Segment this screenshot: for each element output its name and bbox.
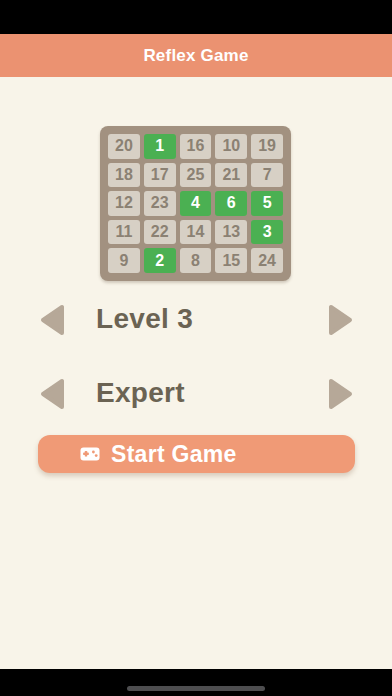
grid-cell-7[interactable]: 7 <box>251 163 283 188</box>
grid-cell-11[interactable]: 11 <box>108 220 140 245</box>
start-game-label: Start Game <box>111 441 237 468</box>
level-selector: Level 3 <box>0 301 392 337</box>
grid-cell-13[interactable]: 13 <box>215 220 247 245</box>
level-next-arrow-icon[interactable] <box>328 303 354 337</box>
grid-cell-25[interactable]: 25 <box>180 163 212 188</box>
grid-cell-14[interactable]: 14 <box>180 220 212 245</box>
grid-cell-6[interactable]: 6 <box>215 191 247 216</box>
grid-cell-24[interactable]: 24 <box>251 248 283 273</box>
grid-cell-20[interactable]: 20 <box>108 134 140 159</box>
grid-cell-21[interactable]: 21 <box>215 163 247 188</box>
grid-cell-3[interactable]: 3 <box>251 220 283 245</box>
difficulty-selector: Expert <box>0 375 392 411</box>
grid-cell-4[interactable]: 4 <box>180 191 212 216</box>
grid-cell-16[interactable]: 16 <box>180 134 212 159</box>
difficulty-previous-arrow-icon[interactable] <box>39 377 65 411</box>
grid-cell-9[interactable]: 9 <box>108 248 140 273</box>
grid-cell-12[interactable]: 12 <box>108 191 140 216</box>
level-previous-arrow-icon[interactable] <box>39 303 65 337</box>
grid-cell-19[interactable]: 19 <box>251 134 283 159</box>
grid-cell-2[interactable]: 2 <box>144 248 176 273</box>
grid-cell-15[interactable]: 15 <box>215 248 247 273</box>
grid-cell-22[interactable]: 22 <box>144 220 176 245</box>
grid-cell-5[interactable]: 5 <box>251 191 283 216</box>
app-screen: Reflex Game 2011610191817252171223465112… <box>0 0 392 696</box>
start-game-button[interactable]: Start Game <box>38 435 355 473</box>
grid-cell-17[interactable]: 17 <box>144 163 176 188</box>
grid-cell-18[interactable]: 18 <box>108 163 140 188</box>
grid-cell-10[interactable]: 10 <box>215 134 247 159</box>
gamepad-icon <box>80 447 100 461</box>
difficulty-next-arrow-icon[interactable] <box>328 377 354 411</box>
grid-cell-1[interactable]: 1 <box>144 134 176 159</box>
number-board: 2011610191817252171223465112214133928152… <box>100 126 291 281</box>
header: Reflex Game <box>0 34 392 77</box>
difficulty-label: Expert <box>96 375 185 411</box>
bottom-bar <box>0 669 392 696</box>
home-indicator[interactable] <box>127 686 265 691</box>
grid-cell-8[interactable]: 8 <box>180 248 212 273</box>
status-bar <box>0 0 392 34</box>
grid-cell-23[interactable]: 23 <box>144 191 176 216</box>
page-title: Reflex Game <box>143 46 248 66</box>
level-label: Level 3 <box>96 301 193 337</box>
